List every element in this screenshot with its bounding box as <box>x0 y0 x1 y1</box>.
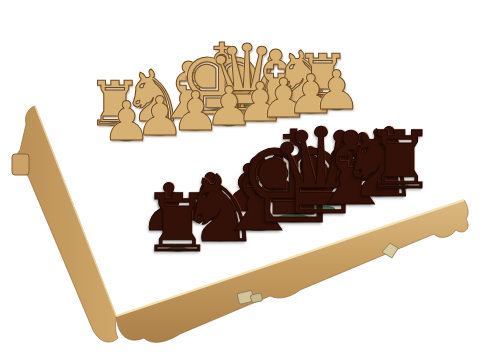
chess-set-photo: ♜♞♝♚♛♝♞♜♟♟♟♟♟♟♟♟♟♟♟♟♟♟♟♟♜♞♝♚♛♝♞♜ <box>0 0 480 360</box>
piece-black-rook-a8[interactable]: ♜ <box>364 122 436 202</box>
pieces-layer: ♜♞♝♚♛♝♞♜♟♟♟♟♟♟♟♟♟♟♟♟♟♟♟♟♜♞♝♚♛♝♞♜ <box>0 0 480 360</box>
